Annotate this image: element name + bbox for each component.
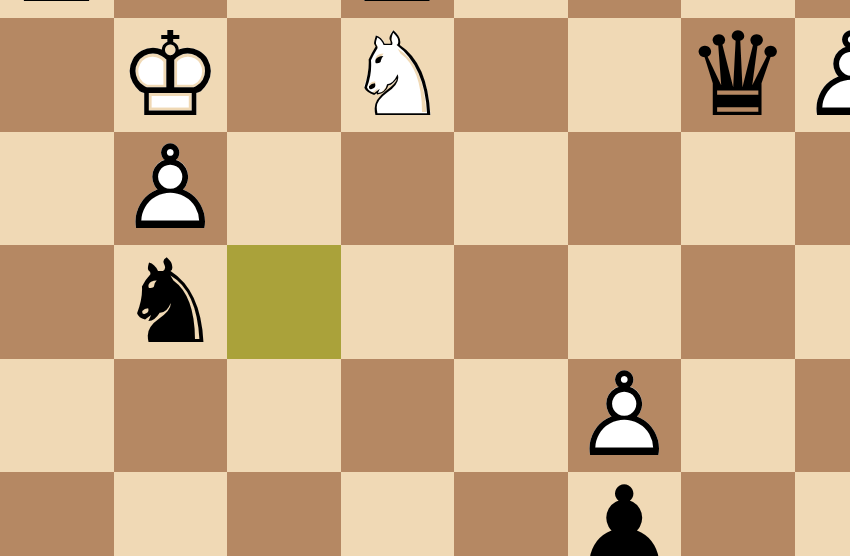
- square-h8[interactable]: [795, 0, 850, 18]
- black-knight[interactable]: ♞: [114, 245, 228, 359]
- square-a8[interactable]: ♜♖: [0, 0, 114, 18]
- white-pawn-icon: ♟: [572, 357, 676, 473]
- square-a6[interactable]: [0, 132, 114, 246]
- square-e5[interactable]: [454, 245, 568, 359]
- square-c8[interactable]: [227, 0, 341, 18]
- square-h5[interactable]: [795, 245, 850, 359]
- white-rook-icon: ♜: [345, 0, 449, 19]
- black-queen-icon: ♛: [686, 17, 790, 133]
- square-g8[interactable]: [681, 0, 795, 18]
- white-pawn-icon: ♟: [118, 130, 222, 246]
- square-b4[interactable]: [114, 359, 228, 473]
- square-e8[interactable]: [454, 0, 568, 18]
- square-h6[interactable]: [795, 132, 850, 246]
- square-c7[interactable]: [227, 18, 341, 132]
- square-a7[interactable]: [0, 18, 114, 132]
- white-rook[interactable]: ♜♖: [341, 0, 455, 18]
- square-h3[interactable]: [795, 472, 850, 556]
- white-rook-outline-icon: ♖: [5, 0, 109, 19]
- chess-board: ♜♖♜♖♚♔♞♘♛♟♙♟♙♞♟♙♟: [0, 0, 850, 556]
- square-e7[interactable]: [454, 18, 568, 132]
- square-c6[interactable]: [227, 132, 341, 246]
- white-rook-icon: ♜: [5, 0, 109, 19]
- white-pawn[interactable]: ♟♙: [795, 18, 850, 132]
- square-g5[interactable]: [681, 245, 795, 359]
- chess-board-viewport: ♜♖♜♖♚♔♞♘♛♟♙♟♙♞♟♙♟: [0, 0, 850, 556]
- square-g3[interactable]: [681, 472, 795, 556]
- square-h4[interactable]: [795, 359, 850, 473]
- white-rook[interactable]: ♜♖: [0, 0, 114, 18]
- square-d3[interactable]: [341, 472, 455, 556]
- square-b8[interactable]: [114, 0, 228, 18]
- square-f4[interactable]: ♟♙: [568, 359, 682, 473]
- white-rook-outline-icon: ♖: [345, 0, 449, 19]
- black-pawn-icon: ♟: [572, 471, 676, 556]
- white-pawn-outline-icon: ♙: [799, 17, 850, 133]
- square-h7[interactable]: ♟♙: [795, 18, 850, 132]
- square-g6[interactable]: [681, 132, 795, 246]
- black-pawn[interactable]: ♟: [568, 472, 682, 556]
- black-knight-icon: ♞: [118, 244, 222, 360]
- square-a4[interactable]: [0, 359, 114, 473]
- white-knight[interactable]: ♞♘: [341, 18, 455, 132]
- white-pawn-outline-icon: ♙: [572, 357, 676, 473]
- square-e6[interactable]: [454, 132, 568, 246]
- white-knight-outline-icon: ♘: [345, 17, 449, 133]
- white-king-outline-icon: ♔: [118, 17, 222, 133]
- square-f6[interactable]: [568, 132, 682, 246]
- square-a5[interactable]: [0, 245, 114, 359]
- white-pawn[interactable]: ♟♙: [568, 359, 682, 473]
- square-b7[interactable]: ♚♔: [114, 18, 228, 132]
- square-g7[interactable]: ♛: [681, 18, 795, 132]
- square-e4[interactable]: [454, 359, 568, 473]
- square-f3[interactable]: ♟: [568, 472, 682, 556]
- square-d7[interactable]: ♞♘: [341, 18, 455, 132]
- white-king[interactable]: ♚♔: [114, 18, 228, 132]
- square-d8[interactable]: ♜♖: [341, 0, 455, 18]
- square-b3[interactable]: [114, 472, 228, 556]
- white-pawn-icon: ♟: [799, 17, 850, 133]
- square-g4[interactable]: [681, 359, 795, 473]
- white-king-icon: ♚: [118, 17, 222, 133]
- square-d4[interactable]: [341, 359, 455, 473]
- square-d5[interactable]: [341, 245, 455, 359]
- square-a3[interactable]: [0, 472, 114, 556]
- black-queen[interactable]: ♛: [681, 18, 795, 132]
- white-pawn[interactable]: ♟♙: [114, 132, 228, 246]
- square-c5[interactable]: [227, 245, 341, 359]
- white-knight-icon: ♞: [345, 17, 449, 133]
- square-b6[interactable]: ♟♙: [114, 132, 228, 246]
- square-c4[interactable]: [227, 359, 341, 473]
- square-e3[interactable]: [454, 472, 568, 556]
- white-pawn-outline-icon: ♙: [118, 130, 222, 246]
- square-b5[interactable]: ♞: [114, 245, 228, 359]
- square-f8[interactable]: [568, 0, 682, 18]
- square-f5[interactable]: [568, 245, 682, 359]
- square-f7[interactable]: [568, 18, 682, 132]
- square-c3[interactable]: [227, 472, 341, 556]
- square-d6[interactable]: [341, 132, 455, 246]
